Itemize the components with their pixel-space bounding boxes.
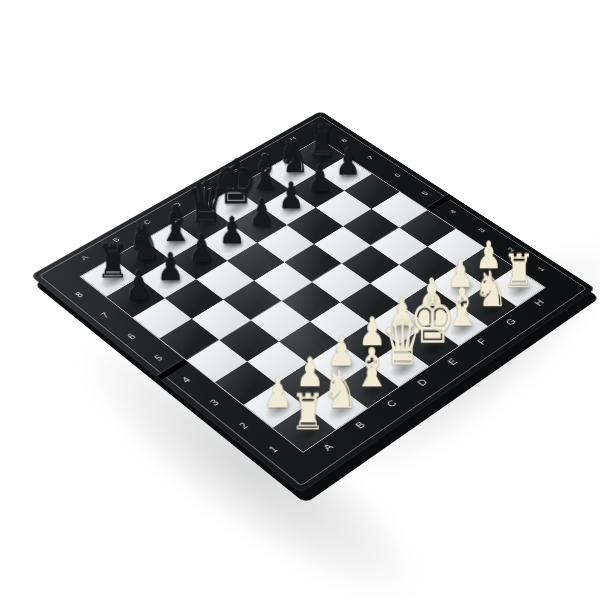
product-photo-stage: ♜♞♝♛♚♝♞♜♟♟♟♟♟♟♟♟♟♟♟♟♟♟♟♟♜♞♝♛♚♝♞♜ ABCDEFG… <box>0 0 600 600</box>
chess-board: ♜♞♝♛♚♝♞♜♟♟♟♟♟♟♟♟♟♟♟♟♟♟♟♟♜♞♝♛♚♝♞♜ ABCDEFG… <box>30 111 595 494</box>
